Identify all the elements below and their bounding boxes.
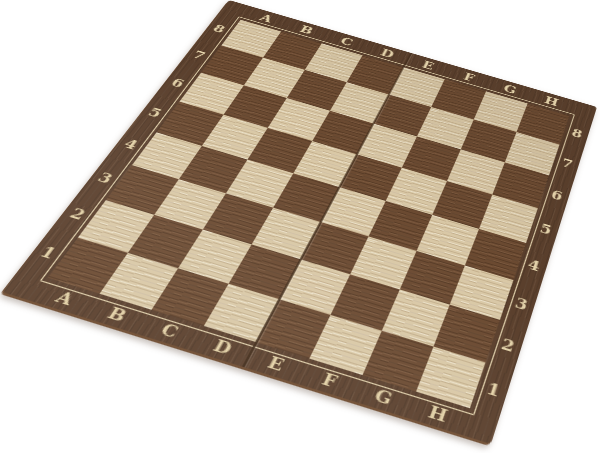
rank-label-right-1: 1 [484,379,503,402]
file-label-bottom-d: D [210,336,236,359]
rank-label-left-4: 4 [120,136,141,153]
playing-area [48,20,569,409]
photo-background: ABCDEFGHABCDEFGH8765432187654321 [0,0,600,453]
file-label-top-h: H [543,94,560,109]
chess-board: ABCDEFGHABCDEFGH8765432187654321 [2,0,597,444]
file-label-bottom-a: A [51,287,77,309]
file-label-bottom-b: B [103,303,130,326]
rank-label-right-6: 6 [549,187,564,204]
file-label-top-c: C [338,35,355,49]
rank-label-left-1: 1 [36,243,60,263]
rank-label-left-3: 3 [94,169,116,187]
rank-label-right-3: 3 [513,294,530,314]
rank-label-left-2: 2 [66,205,89,224]
file-label-bottom-e: E [264,352,287,375]
rank-label-right-7: 7 [560,156,575,172]
file-label-top-g: G [502,82,519,97]
rank-label-right-8: 8 [570,126,584,141]
file-label-bottom-g: G [372,385,396,409]
file-label-top-f: F [461,70,476,84]
rank-label-right-2: 2 [499,335,517,356]
file-label-top-e: E [420,58,436,72]
file-label-top-b: B [297,23,315,37]
rank-label-left-7: 7 [190,48,208,62]
rank-label-left-5: 5 [145,105,165,121]
rank-label-right-5: 5 [538,221,554,239]
file-label-bottom-f: F [319,369,341,392]
file-label-top-d: D [378,47,396,61]
rank-label-right-4: 4 [526,256,542,275]
file-label-top-a: A [257,12,275,25]
rank-label-left-6: 6 [168,76,187,91]
file-label-bottom-h: H [425,401,450,426]
rank-label-left-8: 8 [210,22,228,35]
board-shadow-wrapper: ABCDEFGHABCDEFGH8765432187654321 [0,0,600,453]
file-label-bottom-c: C [157,320,182,343]
